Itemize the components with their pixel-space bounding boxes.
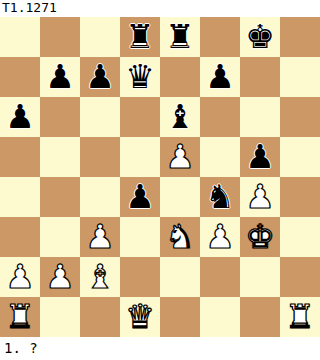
white-king-g3[interactable]: ♚ — [245, 217, 275, 257]
black-pawn-a6[interactable]: ♟ — [5, 97, 35, 137]
square-c8[interactable] — [80, 17, 120, 57]
square-a8[interactable] — [0, 17, 40, 57]
black-bishop-e6[interactable]: ♝ — [165, 97, 195, 137]
square-a7[interactable] — [0, 57, 40, 97]
square-f6[interactable] — [200, 97, 240, 137]
white-pawn-c3[interactable]: ♟ — [85, 217, 115, 257]
black-pawn-g5[interactable]: ♟ — [245, 137, 275, 177]
black-pawn-f7[interactable]: ♟ — [205, 57, 235, 97]
white-queen-d1[interactable]: ♛ — [125, 297, 155, 337]
black-pawn-b7[interactable]: ♟ — [45, 57, 75, 97]
square-g3[interactable]: ♚ — [240, 217, 280, 257]
square-b3[interactable] — [40, 217, 80, 257]
square-f3[interactable]: ♟ — [200, 217, 240, 257]
square-d3[interactable] — [120, 217, 160, 257]
square-e7[interactable] — [160, 57, 200, 97]
chess-puzzle-page: T1.1271 ♜♜♚♟♟♛♟♟♝♟♟♟♞♟♟♞♟♚♟♟♝♜♛♜ 1. ? — [0, 0, 320, 360]
square-h8[interactable] — [280, 17, 320, 57]
square-g8[interactable]: ♚ — [240, 17, 280, 57]
square-c5[interactable] — [80, 137, 120, 177]
square-e8[interactable]: ♜ — [160, 17, 200, 57]
square-g6[interactable] — [240, 97, 280, 137]
black-queen-d7[interactable]: ♛ — [125, 57, 155, 97]
black-rook-e8[interactable]: ♜ — [165, 17, 195, 57]
square-b2[interactable]: ♟ — [40, 257, 80, 297]
square-a6[interactable]: ♟ — [0, 97, 40, 137]
square-b4[interactable] — [40, 177, 80, 217]
square-a1[interactable]: ♜ — [0, 297, 40, 337]
square-e2[interactable] — [160, 257, 200, 297]
white-rook-h1[interactable]: ♜ — [285, 297, 315, 337]
square-b6[interactable] — [40, 97, 80, 137]
white-rook-a1[interactable]: ♜ — [5, 297, 35, 337]
square-a2[interactable]: ♟ — [0, 257, 40, 297]
square-h2[interactable] — [280, 257, 320, 297]
square-f1[interactable] — [200, 297, 240, 337]
square-d2[interactable] — [120, 257, 160, 297]
square-d8[interactable]: ♜ — [120, 17, 160, 57]
square-e1[interactable] — [160, 297, 200, 337]
square-e4[interactable] — [160, 177, 200, 217]
square-h6[interactable] — [280, 97, 320, 137]
square-e5[interactable]: ♟ — [160, 137, 200, 177]
square-c6[interactable] — [80, 97, 120, 137]
square-d1[interactable]: ♛ — [120, 297, 160, 337]
black-king-g8[interactable]: ♚ — [245, 17, 275, 57]
move-prompt: 1. ? — [0, 337, 320, 360]
white-knight-e3[interactable]: ♞ — [165, 217, 195, 257]
square-g1[interactable] — [240, 297, 280, 337]
chess-board: ♜♜♚♟♟♛♟♟♝♟♟♟♞♟♟♞♟♚♟♟♝♜♛♜ — [0, 17, 320, 337]
square-d4[interactable]: ♟ — [120, 177, 160, 217]
square-h1[interactable]: ♜ — [280, 297, 320, 337]
black-pawn-d4[interactable]: ♟ — [125, 177, 155, 217]
square-f8[interactable] — [200, 17, 240, 57]
square-b1[interactable] — [40, 297, 80, 337]
square-g7[interactable] — [240, 57, 280, 97]
square-b5[interactable] — [40, 137, 80, 177]
square-b8[interactable] — [40, 17, 80, 57]
square-g2[interactable] — [240, 257, 280, 297]
square-c3[interactable]: ♟ — [80, 217, 120, 257]
square-f2[interactable] — [200, 257, 240, 297]
square-f4[interactable]: ♞ — [200, 177, 240, 217]
square-c4[interactable] — [80, 177, 120, 217]
white-pawn-b2[interactable]: ♟ — [45, 257, 75, 297]
square-f5[interactable] — [200, 137, 240, 177]
white-pawn-a2[interactable]: ♟ — [5, 257, 35, 297]
white-bishop-c2[interactable]: ♝ — [85, 257, 115, 297]
puzzle-title: T1.1271 — [0, 0, 320, 17]
black-rook-d8[interactable]: ♜ — [125, 17, 155, 57]
square-d6[interactable] — [120, 97, 160, 137]
black-knight-f4[interactable]: ♞ — [205, 177, 235, 217]
square-g4[interactable]: ♟ — [240, 177, 280, 217]
square-d5[interactable] — [120, 137, 160, 177]
square-c1[interactable] — [80, 297, 120, 337]
white-pawn-f3[interactable]: ♟ — [205, 217, 235, 257]
square-h4[interactable] — [280, 177, 320, 217]
square-a5[interactable] — [0, 137, 40, 177]
square-a3[interactable] — [0, 217, 40, 257]
square-g5[interactable]: ♟ — [240, 137, 280, 177]
square-a4[interactable] — [0, 177, 40, 217]
square-b7[interactable]: ♟ — [40, 57, 80, 97]
square-e3[interactable]: ♞ — [160, 217, 200, 257]
square-d7[interactable]: ♛ — [120, 57, 160, 97]
square-h7[interactable] — [280, 57, 320, 97]
square-h5[interactable] — [280, 137, 320, 177]
square-c2[interactable]: ♝ — [80, 257, 120, 297]
white-pawn-g4[interactable]: ♟ — [245, 177, 275, 217]
square-f7[interactable]: ♟ — [200, 57, 240, 97]
black-pawn-c7[interactable]: ♟ — [85, 57, 115, 97]
white-pawn-e5[interactable]: ♟ — [165, 137, 195, 177]
square-h3[interactable] — [280, 217, 320, 257]
square-c7[interactable]: ♟ — [80, 57, 120, 97]
square-e6[interactable]: ♝ — [160, 97, 200, 137]
